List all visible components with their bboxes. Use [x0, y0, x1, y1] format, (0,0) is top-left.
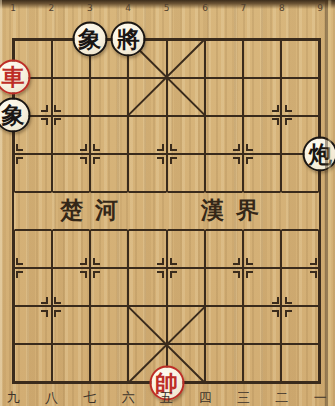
point-marker-arm: [170, 271, 177, 278]
point-marker-arm: [272, 105, 279, 112]
board-cell: [205, 78, 243, 116]
point-marker-arm: [80, 144, 87, 151]
board-cell: [14, 344, 52, 382]
board-cell: [14, 192, 52, 230]
river-label-chu-he: 楚河: [60, 196, 130, 224]
board-cell: [90, 306, 128, 344]
black-cannon[interactable]: 炮: [303, 136, 335, 171]
board-cell: [205, 344, 243, 382]
point-marker-arm: [233, 271, 240, 278]
point-marker-arm: [310, 271, 317, 278]
point-marker-arm: [285, 310, 292, 317]
point-marker-arm: [285, 118, 292, 125]
board-cell: [90, 78, 128, 116]
file-label-top: 5: [164, 4, 170, 13]
point-marker-arm: [54, 310, 61, 317]
file-label-bottom: 七: [83, 391, 96, 404]
point-marker-arm: [54, 297, 61, 304]
point-marker-arm: [272, 310, 279, 317]
board-cell: [205, 306, 243, 344]
board-cell: [281, 40, 319, 78]
board-cell: [281, 192, 319, 230]
point-marker-arm: [41, 118, 48, 125]
point-marker-arm: [310, 258, 317, 265]
point-marker-arm: [80, 258, 87, 265]
point-marker-arm: [272, 297, 279, 304]
board-cell: [243, 40, 281, 78]
point-marker-arm: [41, 297, 48, 304]
file-label-top: 9: [317, 4, 323, 13]
point-marker-arm: [16, 144, 23, 151]
board-cell: [128, 78, 166, 116]
point-marker-arm: [233, 144, 240, 151]
point-marker-arm: [170, 157, 177, 164]
file-label-bottom: 二: [275, 391, 288, 404]
file-label-bottom: 六: [122, 391, 135, 404]
point-marker-arm: [93, 144, 100, 151]
point-marker-arm: [80, 157, 87, 164]
point-marker-arm: [80, 271, 87, 278]
xiangqi-board-screen: 123456789 楚河 漢界 象將車象炮帥 九八七六五四三二一: [0, 0, 335, 406]
file-label-top: 3: [87, 4, 93, 13]
file-label-top: 4: [125, 4, 131, 13]
left-edge-highlight: [0, 0, 2, 406]
point-marker-arm: [93, 271, 100, 278]
board-cell: [205, 40, 243, 78]
board-grid: [12, 38, 321, 384]
file-label-top: 7: [241, 4, 247, 13]
point-marker-arm: [41, 310, 48, 317]
file-label-top: 1: [10, 4, 16, 13]
board-cell: [167, 306, 205, 344]
point-marker-arm: [54, 118, 61, 125]
board-cell: [167, 78, 205, 116]
point-marker-arm: [233, 157, 240, 164]
board-cell: [128, 306, 166, 344]
point-marker-arm: [246, 258, 253, 265]
point-marker-arm: [16, 258, 23, 265]
board-cell: [52, 344, 90, 382]
file-label-bottom: 九: [7, 391, 20, 404]
point-marker-arm: [157, 258, 164, 265]
file-label-bottom: 八: [45, 391, 58, 404]
point-marker-arm: [246, 157, 253, 164]
point-marker-arm: [246, 271, 253, 278]
river-label-han-jie: 漢界: [201, 196, 271, 224]
file-label-top: 8: [279, 4, 285, 13]
point-marker-arm: [233, 258, 240, 265]
point-marker-arm: [16, 157, 23, 164]
board-cell: [243, 344, 281, 382]
file-label-top: 6: [202, 4, 208, 13]
board-cell: [90, 344, 128, 382]
point-marker-arm: [93, 157, 100, 164]
point-marker-arm: [285, 105, 292, 112]
right-edge-grain: [325, 0, 328, 406]
point-marker-arm: [157, 271, 164, 278]
point-marker-arm: [246, 144, 253, 151]
point-marker-arm: [285, 297, 292, 304]
file-label-bottom: 四: [199, 391, 212, 404]
point-marker-arm: [54, 105, 61, 112]
point-marker-arm: [157, 157, 164, 164]
file-label-bottom: 五: [160, 391, 173, 404]
black-elephant[interactable]: 象: [72, 22, 107, 57]
point-marker-arm: [170, 144, 177, 151]
file-label-bottom: 三: [237, 391, 250, 404]
point-marker-arm: [170, 258, 177, 265]
black-general[interactable]: 將: [111, 22, 146, 57]
point-marker-arm: [272, 118, 279, 125]
point-marker-arm: [16, 271, 23, 278]
board-cell: [281, 344, 319, 382]
file-label-top: 2: [49, 4, 55, 13]
board-cell: [167, 40, 205, 78]
board-cell: [167, 192, 205, 230]
point-marker-arm: [93, 258, 100, 265]
board-cell: [128, 192, 166, 230]
point-marker-arm: [157, 144, 164, 151]
point-marker-arm: [41, 105, 48, 112]
